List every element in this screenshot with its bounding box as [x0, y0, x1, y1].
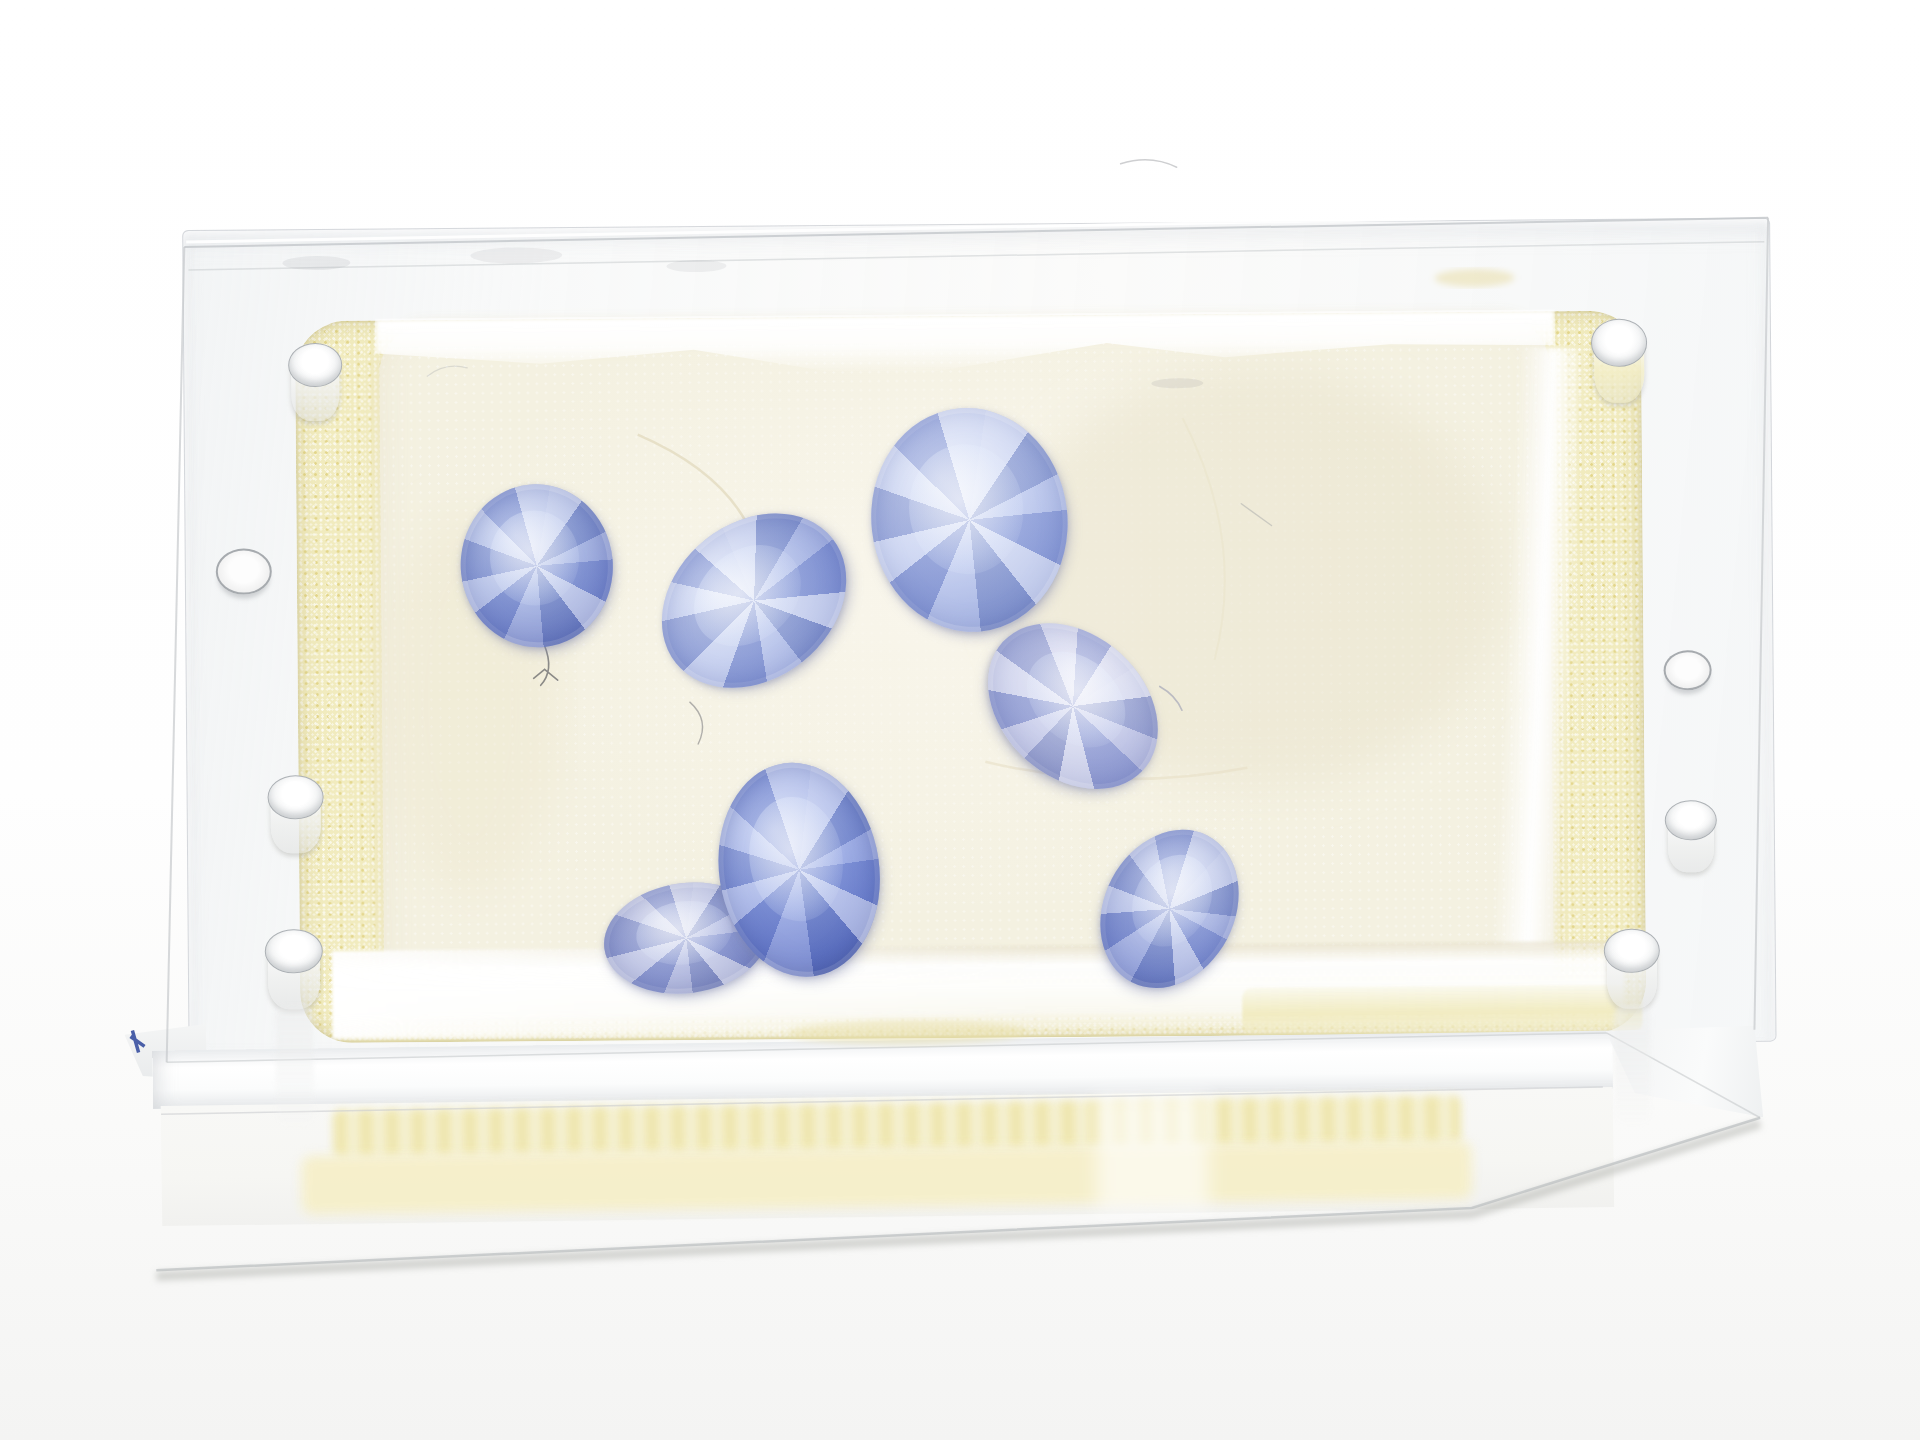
photo-stage [0, 0, 1920, 1440]
drilled-hole [216, 548, 272, 594]
peg-reflection [1614, 1004, 1651, 1124]
acrylic-peg [288, 343, 343, 421]
acrylic-peg [1604, 928, 1661, 1008]
blue-chip-mark [130, 1030, 144, 1052]
bottom-shadow [155, 1124, 1761, 1277]
acrylic-gem-case [0, 0, 1920, 1440]
case-outline [148, 213, 1776, 1271]
peg-top [267, 775, 323, 819]
acrylic-peg [265, 929, 324, 1009]
acrylic-peg [1591, 319, 1648, 403]
case-line-art [0, 0, 1920, 1440]
peg-top [288, 343, 342, 387]
smudges [282, 240, 1520, 1050]
acrylic-peg [267, 775, 324, 853]
peg-reflection [276, 1005, 314, 1125]
acrylic-peg [1665, 800, 1718, 872]
drilled-hole [1663, 650, 1711, 690]
peg-top [1591, 319, 1647, 366]
dust-hairs [426, 159, 1274, 746]
